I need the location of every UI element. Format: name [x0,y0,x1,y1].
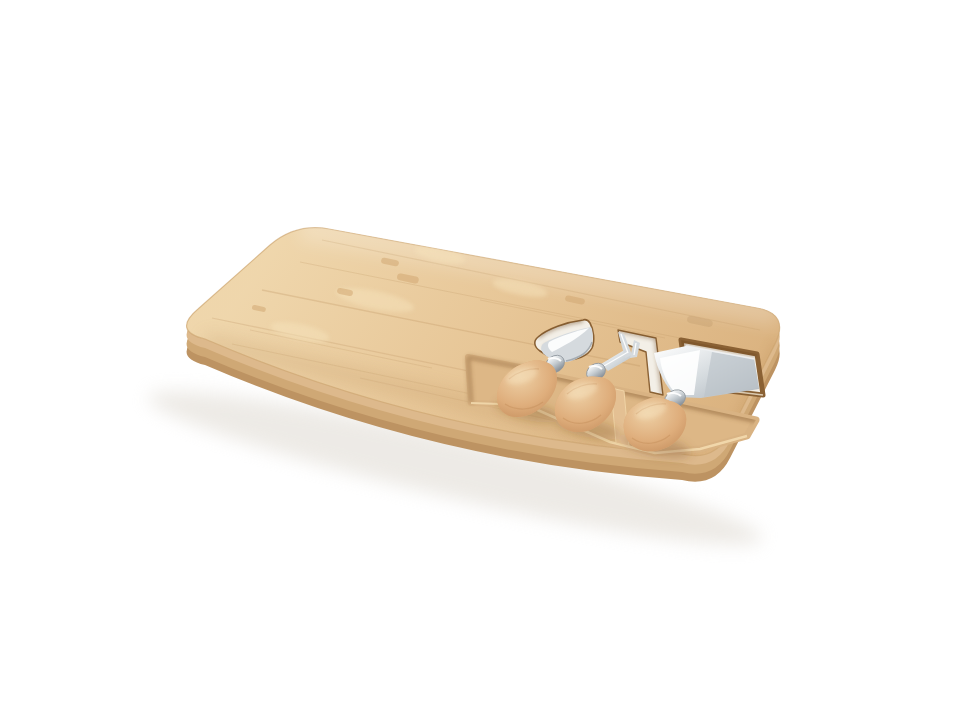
cheese-board-illustration [0,0,960,720]
product-photo-stage [0,0,960,720]
